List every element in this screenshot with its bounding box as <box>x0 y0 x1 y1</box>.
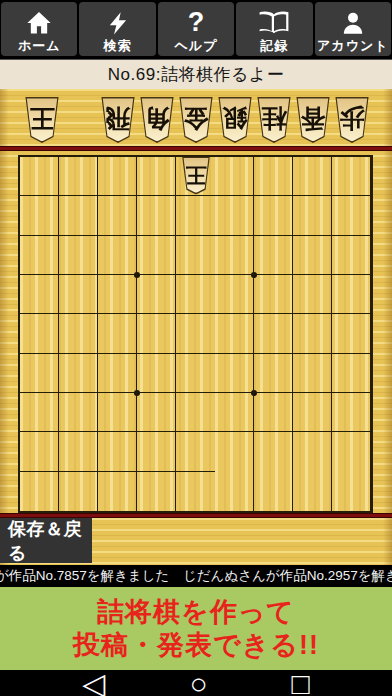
cell-3h[interactable] <box>254 432 293 471</box>
cell-6i[interactable] <box>137 472 176 511</box>
cell-7e[interactable] <box>98 314 137 353</box>
cell-6g[interactable] <box>137 393 176 432</box>
cell-2a[interactable] <box>293 157 332 196</box>
cell-5a[interactable]: 王 <box>176 157 215 196</box>
tab-search[interactable]: 検索 <box>79 2 155 56</box>
cell-8a[interactable] <box>59 157 98 196</box>
cell-6d[interactable] <box>137 275 176 314</box>
cell-6a[interactable] <box>137 157 176 196</box>
title-bar: No.69:詰将棋作るよー <box>0 59 392 89</box>
cell-6b[interactable] <box>137 196 176 235</box>
cell-9a[interactable] <box>20 157 59 196</box>
cell-1h[interactable] <box>332 432 371 471</box>
cell-4e[interactable] <box>215 314 254 353</box>
cell-4g[interactable] <box>215 393 254 432</box>
cell-3c[interactable] <box>254 236 293 275</box>
shogi-piece-王[interactable]: 王 <box>24 97 60 143</box>
tab-account[interactable]: アカウント <box>315 2 391 56</box>
shogi-piece-桂[interactable]: 桂 <box>256 97 292 143</box>
wood-background: 王 飛角金銀桂香歩 王 保存＆戻る <box>0 89 392 565</box>
promo-banner[interactable]: 詰将棋を作って 投稿・発表できる!! <box>0 587 392 670</box>
cell-5d[interactable] <box>176 275 215 314</box>
cell-8b[interactable] <box>59 196 98 235</box>
cell-3e[interactable] <box>254 314 293 353</box>
tab-home-label: ホーム <box>18 38 61 53</box>
android-recents-icon[interactable]: □ <box>292 669 310 696</box>
cell-7g[interactable] <box>98 393 137 432</box>
tab-help[interactable]: ? ヘルプ <box>158 2 234 56</box>
shogi-piece-香[interactable]: 香 <box>295 97 331 143</box>
palette-piece-tray: 飛角金銀桂香歩 <box>100 97 370 143</box>
cell-5c[interactable] <box>176 236 215 275</box>
cell-4b[interactable] <box>215 196 254 235</box>
cell-3b[interactable] <box>254 196 293 235</box>
cell-7d[interactable] <box>98 275 137 314</box>
cell-4i[interactable] <box>215 472 254 511</box>
cell-1a[interactable] <box>332 157 371 196</box>
cell-6f[interactable] <box>137 354 176 393</box>
cell-2f[interactable] <box>293 354 332 393</box>
shogi-piece-金[interactable]: 金 <box>178 97 214 143</box>
android-back-icon[interactable]: ◁ <box>82 669 105 696</box>
cell-3f[interactable] <box>254 354 293 393</box>
cell-2i[interactable] <box>293 472 332 511</box>
cell-8d[interactable] <box>59 275 98 314</box>
home-icon <box>24 7 54 38</box>
tab-record[interactable]: 記録 <box>236 2 312 56</box>
book-icon <box>258 7 290 38</box>
cell-1c[interactable] <box>332 236 371 275</box>
android-nav-bar: ◁ ○ □ <box>0 670 392 696</box>
tab-help-label: ヘルプ <box>175 38 218 53</box>
app-screen: ホーム 検索 ? ヘルプ 記録 アカウント No.6 <box>0 0 392 696</box>
cell-8f[interactable] <box>59 354 98 393</box>
cell-9c[interactable] <box>20 236 59 275</box>
cell-5g[interactable] <box>176 393 215 432</box>
cell-2e[interactable] <box>293 314 332 353</box>
cell-4c[interactable] <box>215 236 254 275</box>
shogi-piece-銀[interactable]: 銀 <box>217 97 253 143</box>
cell-1i[interactable] <box>332 472 371 511</box>
cell-6c[interactable] <box>137 236 176 275</box>
cell-2d[interactable] <box>293 275 332 314</box>
cell-7f[interactable] <box>98 354 137 393</box>
cell-1e[interactable] <box>332 314 371 353</box>
cell-3a[interactable] <box>254 157 293 196</box>
shogi-piece-角[interactable]: 角 <box>139 97 175 143</box>
cell-9e[interactable] <box>20 314 59 353</box>
cell-9i[interactable] <box>20 472 59 511</box>
cell-2h[interactable] <box>293 432 332 471</box>
tab-account-label: アカウント <box>317 38 389 53</box>
puzzle-title: No.69:詰将棋作るよー <box>108 63 284 86</box>
cell-6h[interactable] <box>137 432 176 471</box>
shogi-piece-歩[interactable]: 歩 <box>334 97 370 143</box>
cell-8g[interactable] <box>59 393 98 432</box>
cell-4f[interactable] <box>215 354 254 393</box>
cell-3g[interactable] <box>254 393 293 432</box>
cell-1d[interactable] <box>332 275 371 314</box>
banner-line-2: 投稿・発表できる!! <box>0 629 392 662</box>
cell-5b[interactable] <box>176 196 215 235</box>
banner-line-1: 詰将棋を作って <box>0 596 392 629</box>
android-home-icon[interactable]: ○ <box>189 669 207 696</box>
save-and-return-button[interactable]: 保存＆戻る <box>0 518 92 563</box>
board-top-rail <box>0 146 392 151</box>
cell-1g[interactable] <box>332 393 371 432</box>
ticker-text: が作品No.7857を解きました じだんぬさんが作品No.2957を解きまし <box>0 567 392 585</box>
cell-7c[interactable] <box>98 236 137 275</box>
cell-8c[interactable] <box>59 236 98 275</box>
tab-home[interactable]: ホーム <box>1 2 77 56</box>
cell-5e[interactable] <box>176 314 215 353</box>
cell-3i[interactable] <box>254 472 293 511</box>
cell-8i[interactable] <box>59 472 98 511</box>
question-mark-icon: ? <box>188 7 205 38</box>
activity-ticker: が作品No.7857を解きました じだんぬさんが作品No.2957を解きまし <box>0 565 392 587</box>
top-nav-bar: ホーム 検索 ? ヘルプ 記録 アカウント <box>0 0 392 59</box>
cell-8h[interactable] <box>59 432 98 471</box>
shogi-board: 王 <box>18 155 373 513</box>
cell-9f[interactable] <box>20 354 59 393</box>
cell-4d[interactable] <box>215 275 254 314</box>
tab-record-label: 記録 <box>260 38 288 53</box>
cell-7b[interactable] <box>98 196 137 235</box>
cell-5h[interactable] <box>176 432 215 471</box>
tab-search-label: 検索 <box>104 38 132 53</box>
cell-1b[interactable] <box>332 196 371 235</box>
cell-6e[interactable] <box>137 314 176 353</box>
cell-5i[interactable] <box>176 472 215 511</box>
cell-5f[interactable] <box>176 354 215 393</box>
cell-9b[interactable] <box>20 196 59 235</box>
cell-8e[interactable] <box>59 314 98 353</box>
cell-4h[interactable] <box>215 432 254 471</box>
cell-4a[interactable] <box>215 157 254 196</box>
cell-7i[interactable] <box>98 472 137 511</box>
cell-2b[interactable] <box>293 196 332 235</box>
shogi-piece-王[interactable]: 王 <box>181 157 211 195</box>
cell-3d[interactable] <box>254 275 293 314</box>
cell-9d[interactable] <box>20 275 59 314</box>
person-icon <box>340 7 366 38</box>
cell-9g[interactable] <box>20 393 59 432</box>
palette-king-slot: 王 <box>24 97 60 143</box>
cell-7a[interactable] <box>98 157 137 196</box>
lightning-icon <box>105 7 131 38</box>
cell-7h[interactable] <box>98 432 137 471</box>
cell-2c[interactable] <box>293 236 332 275</box>
cell-1f[interactable] <box>332 354 371 393</box>
shogi-piece-飛[interactable]: 飛 <box>100 97 136 143</box>
cell-9h[interactable] <box>20 432 59 471</box>
cell-2g[interactable] <box>293 393 332 432</box>
